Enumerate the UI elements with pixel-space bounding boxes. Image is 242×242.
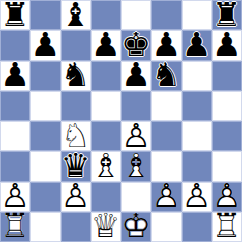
square-c2[interactable]: ♟♙ (61, 182, 91, 212)
black-piece-glyph: ♞ (61, 60, 91, 90)
white-piece-outline: ♙ (182, 181, 212, 211)
square-c6[interactable]: ♞ (61, 61, 91, 91)
black-piece-glyph: ♟ (121, 60, 151, 90)
square-g4[interactable] (182, 121, 212, 151)
square-g5[interactable] (182, 91, 212, 121)
piece-white-pawn: ♟♙ (61, 182, 91, 212)
black-piece-glyph: ♝ (61, 0, 91, 29)
white-piece-outline: ♗ (91, 150, 121, 180)
piece-black-pawn: ♟ (212, 30, 242, 60)
piece-black-pawn: ♟ (121, 61, 151, 91)
square-b4[interactable] (30, 121, 60, 151)
square-b3[interactable] (30, 151, 60, 181)
square-d1[interactable]: ♛♕ (91, 212, 121, 242)
piece-black-pawn: ♟ (0, 61, 30, 91)
square-h4[interactable] (212, 121, 242, 151)
square-h1[interactable]: ♜♖ (212, 212, 242, 242)
square-e3[interactable]: ♝♗ (121, 151, 151, 181)
chess-board-container: ♜♝♜♟♟♚♟♟♟♟♞♟♞♞♘♟♙♛♝♗♝♗♟♙♟♙♟♙♟♙♟♙♜♖♛♕♚♔♜♖ (0, 0, 242, 242)
black-piece-glyph: ♞ (151, 60, 181, 90)
white-piece-outline: ♖ (212, 211, 242, 241)
square-h5[interactable] (212, 91, 242, 121)
square-d3[interactable]: ♝♗ (91, 151, 121, 181)
piece-black-rook: ♜ (0, 0, 30, 30)
square-b1[interactable] (30, 212, 60, 242)
white-piece-outline: ♙ (61, 181, 91, 211)
square-g7[interactable]: ♟ (182, 30, 212, 60)
square-h7[interactable]: ♟ (212, 30, 242, 60)
piece-black-pawn: ♟ (30, 30, 60, 60)
square-a5[interactable] (0, 91, 30, 121)
black-piece-glyph: ♟ (212, 29, 242, 59)
white-piece-outline: ♕ (91, 211, 121, 241)
square-g1[interactable] (182, 212, 212, 242)
square-e1[interactable]: ♚♔ (121, 212, 151, 242)
square-f1[interactable] (151, 212, 181, 242)
black-piece-glyph: ♟ (0, 60, 30, 90)
square-c1[interactable] (61, 212, 91, 242)
white-piece-outline: ♗ (121, 150, 151, 180)
square-g6[interactable] (182, 61, 212, 91)
piece-white-king: ♚♔ (121, 212, 151, 242)
square-f5[interactable] (151, 91, 181, 121)
piece-white-bishop: ♝♗ (91, 151, 121, 181)
square-d5[interactable] (91, 91, 121, 121)
piece-black-pawn: ♟ (182, 30, 212, 60)
square-h6[interactable] (212, 61, 242, 91)
square-b6[interactable] (30, 61, 60, 91)
square-f4[interactable] (151, 121, 181, 151)
piece-black-knight: ♞ (151, 61, 181, 91)
square-a6[interactable]: ♟ (0, 61, 30, 91)
black-piece-glyph: ♜ (0, 0, 30, 29)
black-piece-glyph: ♟ (30, 29, 60, 59)
square-a8[interactable]: ♜ (0, 0, 30, 30)
square-e6[interactable]: ♟ (121, 61, 151, 91)
white-piece-outline: ♔ (121, 211, 151, 241)
piece-black-knight: ♞ (61, 61, 91, 91)
black-piece-glyph: ♟ (182, 29, 212, 59)
square-b2[interactable] (30, 182, 60, 212)
square-a1[interactable]: ♜♖ (0, 212, 30, 242)
white-piece-outline: ♖ (0, 211, 30, 241)
chess-board: ♜♝♜♟♟♚♟♟♟♟♞♟♞♞♘♟♙♛♝♗♝♗♟♙♟♙♟♙♟♙♟♙♜♖♛♕♚♔♜♖ (0, 0, 242, 242)
square-g2[interactable]: ♟♙ (182, 182, 212, 212)
piece-white-rook: ♜♖ (0, 212, 30, 242)
piece-black-pawn: ♟ (91, 30, 121, 60)
piece-black-bishop: ♝ (61, 0, 91, 30)
black-piece-glyph: ♟ (91, 29, 121, 59)
white-piece-outline: ♙ (151, 181, 181, 211)
square-d6[interactable] (91, 61, 121, 91)
piece-white-pawn: ♟♙ (182, 182, 212, 212)
square-b5[interactable] (30, 91, 60, 121)
square-d7[interactable]: ♟ (91, 30, 121, 60)
square-a4[interactable] (0, 121, 30, 151)
square-b7[interactable]: ♟ (30, 30, 60, 60)
piece-white-rook: ♜♖ (212, 212, 242, 242)
square-c8[interactable]: ♝ (61, 0, 91, 30)
piece-white-bishop: ♝♗ (121, 151, 151, 181)
square-f6[interactable]: ♞ (151, 61, 181, 91)
square-f2[interactable]: ♟♙ (151, 182, 181, 212)
piece-white-queen: ♛♕ (91, 212, 121, 242)
piece-white-pawn: ♟♙ (151, 182, 181, 212)
